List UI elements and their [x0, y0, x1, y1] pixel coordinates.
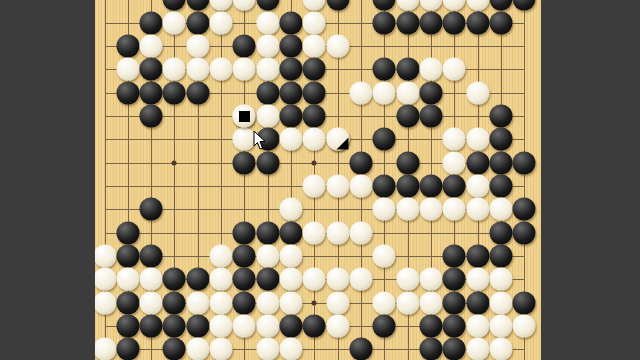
- stone-black: [420, 338, 443, 360]
- stone-white: [116, 268, 139, 291]
- stone-white: [443, 198, 466, 221]
- stone-black: [373, 128, 396, 151]
- stone-white: [373, 81, 396, 104]
- stone-black: [490, 175, 513, 198]
- stone-white: [303, 35, 326, 58]
- stone-white: [373, 198, 396, 221]
- stone-black: [116, 315, 139, 338]
- stone-black: [186, 0, 209, 11]
- stone-black: [466, 291, 489, 314]
- stone-white: [280, 338, 303, 360]
- stone-black: [280, 221, 303, 244]
- stone-black: [466, 245, 489, 268]
- stone-white: [186, 338, 209, 360]
- stone-black: [233, 291, 256, 314]
- star-point: [312, 300, 317, 305]
- stone-white: [210, 315, 233, 338]
- stone-black: [186, 11, 209, 34]
- mouse-cursor-icon: [253, 130, 267, 150]
- stone-black: [163, 338, 186, 360]
- marked-stone-triangle: [326, 128, 349, 151]
- stone-black: [420, 315, 443, 338]
- stone-black: [140, 11, 163, 34]
- stone-black: [233, 268, 256, 291]
- stone-black: [280, 35, 303, 58]
- stone-black: [396, 58, 419, 81]
- stone-black: [396, 105, 419, 128]
- stone-black: [350, 338, 373, 360]
- stone-white: [163, 58, 186, 81]
- stone-white: [140, 35, 163, 58]
- stone-white: [420, 198, 443, 221]
- stone-black: [280, 105, 303, 128]
- stone-white: [116, 58, 139, 81]
- stone-black: [513, 151, 536, 174]
- stone-white: [373, 245, 396, 268]
- stone-black: [373, 11, 396, 34]
- stone-white: [256, 315, 279, 338]
- stone-white: [186, 58, 209, 81]
- stone-black: [303, 315, 326, 338]
- stone-white: [396, 81, 419, 104]
- stone-black: [443, 268, 466, 291]
- stone-white: [280, 198, 303, 221]
- stone-black: [443, 11, 466, 34]
- stone-black: [280, 81, 303, 104]
- stone-black: [256, 151, 279, 174]
- stone-white: [420, 0, 443, 11]
- stone-white: [490, 198, 513, 221]
- stone-white: [186, 291, 209, 314]
- stone-white: [466, 0, 489, 11]
- stone-black: [303, 81, 326, 104]
- marked-stone-square: [233, 105, 256, 128]
- square-marker-icon: [239, 111, 250, 122]
- stone-white: [210, 338, 233, 360]
- stone-white: [280, 128, 303, 151]
- stone-white: [420, 268, 443, 291]
- stone-white: [233, 315, 256, 338]
- stone-white: [466, 315, 489, 338]
- stone-black: [443, 315, 466, 338]
- stone-white: [303, 175, 326, 198]
- stone-white: [95, 291, 116, 314]
- stone-black: [466, 11, 489, 34]
- stone-white: [256, 35, 279, 58]
- stone-black: [513, 198, 536, 221]
- stone-black: [116, 338, 139, 360]
- stone-white: [210, 11, 233, 34]
- stone-black: [116, 291, 139, 314]
- stone-white: [326, 175, 349, 198]
- stone-white: [466, 268, 489, 291]
- stone-white: [210, 291, 233, 314]
- stone-white: [490, 268, 513, 291]
- stone-black: [490, 0, 513, 11]
- stone-white: [420, 291, 443, 314]
- stone-black: [140, 245, 163, 268]
- stone-white: [350, 221, 373, 244]
- stone-white: [443, 151, 466, 174]
- stone-white: [396, 291, 419, 314]
- stone-black: [490, 128, 513, 151]
- stone-white: [350, 175, 373, 198]
- stone-black: [420, 105, 443, 128]
- stone-white: [256, 245, 279, 268]
- stone-white: [466, 338, 489, 360]
- stone-white: [210, 58, 233, 81]
- stone-white: [140, 291, 163, 314]
- stone-black: [186, 81, 209, 104]
- stone-black: [140, 198, 163, 221]
- triangle-marker-icon: [336, 138, 348, 150]
- stone-black: [420, 11, 443, 34]
- stone-black: [420, 81, 443, 104]
- stone-black: [326, 0, 349, 11]
- stone-black: [396, 151, 419, 174]
- stone-white: [466, 175, 489, 198]
- stone-black: [186, 268, 209, 291]
- stone-black: [163, 268, 186, 291]
- stone-white: [303, 268, 326, 291]
- stone-white: [233, 0, 256, 11]
- stone-black: [163, 0, 186, 11]
- stone-white: [256, 105, 279, 128]
- stone-white: [350, 81, 373, 104]
- star-point: [312, 160, 317, 165]
- stone-white: [210, 268, 233, 291]
- stone-black: [233, 245, 256, 268]
- stone-white: [163, 11, 186, 34]
- stone-black: [443, 245, 466, 268]
- stone-white: [490, 338, 513, 360]
- stone-white: [466, 81, 489, 104]
- stone-white: [210, 245, 233, 268]
- stone-black: [396, 175, 419, 198]
- stone-black: [303, 58, 326, 81]
- stone-black: [443, 175, 466, 198]
- stone-black: [163, 315, 186, 338]
- stone-black: [490, 11, 513, 34]
- stone-black: [280, 58, 303, 81]
- stone-white: [256, 58, 279, 81]
- stone-white: [280, 245, 303, 268]
- stone-black: [420, 175, 443, 198]
- stone-black: [373, 175, 396, 198]
- stone-black: [373, 315, 396, 338]
- stone-black: [186, 315, 209, 338]
- stone-black: [256, 0, 279, 11]
- window-background: [0, 0, 640, 360]
- stone-white: [140, 268, 163, 291]
- stone-black: [116, 35, 139, 58]
- stone-white: [326, 268, 349, 291]
- stone-black: [443, 291, 466, 314]
- stone-white: [443, 128, 466, 151]
- stone-black: [490, 221, 513, 244]
- stone-black: [233, 35, 256, 58]
- stone-white: [95, 245, 116, 268]
- stone-white: [303, 128, 326, 151]
- stone-white: [280, 291, 303, 314]
- stone-black: [140, 105, 163, 128]
- stone-black: [373, 0, 396, 11]
- stone-white: [256, 338, 279, 360]
- stone-white: [443, 0, 466, 11]
- stone-white: [443, 58, 466, 81]
- stone-black: [303, 105, 326, 128]
- stone-black: [490, 151, 513, 174]
- stone-white: [466, 198, 489, 221]
- stone-white: [326, 35, 349, 58]
- stone-white: [280, 268, 303, 291]
- stone-black: [116, 81, 139, 104]
- stone-white: [326, 291, 349, 314]
- stone-black: [163, 291, 186, 314]
- stone-black: [140, 58, 163, 81]
- stone-white: [490, 291, 513, 314]
- stone-black: [233, 221, 256, 244]
- stone-white: [303, 0, 326, 11]
- stone-white: [326, 221, 349, 244]
- stone-black: [443, 338, 466, 360]
- stone-black: [513, 221, 536, 244]
- stone-white: [95, 268, 116, 291]
- star-point: [172, 160, 177, 165]
- stone-white: [466, 128, 489, 151]
- stone-white: [420, 58, 443, 81]
- stone-black: [350, 151, 373, 174]
- stone-white: [303, 221, 326, 244]
- stone-black: [116, 245, 139, 268]
- stone-black: [140, 315, 163, 338]
- stone-black: [490, 245, 513, 268]
- stone-white: [326, 315, 349, 338]
- stone-black: [396, 11, 419, 34]
- stone-white: [396, 268, 419, 291]
- stone-white: [256, 291, 279, 314]
- stone-white: [303, 11, 326, 34]
- stone-black: [490, 105, 513, 128]
- stone-white: [350, 268, 373, 291]
- stone-white: [233, 58, 256, 81]
- stone-black: [116, 221, 139, 244]
- stone-black: [280, 315, 303, 338]
- stone-black: [373, 58, 396, 81]
- stone-white: [186, 35, 209, 58]
- stone-white: [490, 315, 513, 338]
- stone-white: [396, 0, 419, 11]
- stone-black: [513, 0, 536, 11]
- stone-black: [140, 81, 163, 104]
- stone-black: [256, 221, 279, 244]
- stone-black: [513, 291, 536, 314]
- stone-black: [466, 151, 489, 174]
- stone-black: [256, 268, 279, 291]
- stone-white: [513, 315, 536, 338]
- stone-white: [256, 11, 279, 34]
- stone-white: [95, 338, 116, 360]
- goban-surface: [95, 0, 541, 360]
- stone-black: [280, 11, 303, 34]
- stone-white: [396, 198, 419, 221]
- stone-black: [256, 81, 279, 104]
- stone-black: [163, 81, 186, 104]
- stone-white: [373, 291, 396, 314]
- stone-white: [210, 0, 233, 11]
- stone-black: [233, 151, 256, 174]
- go-board[interactable]: [95, 0, 541, 360]
